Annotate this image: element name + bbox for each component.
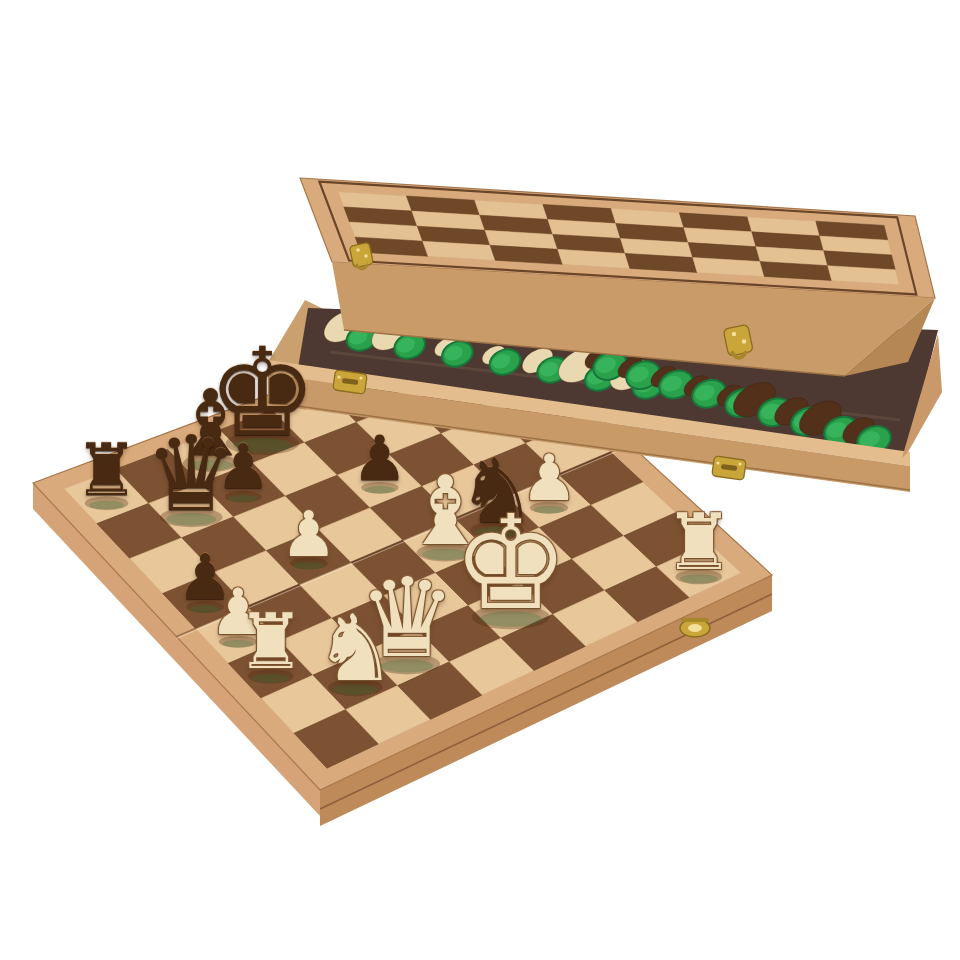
base-latch-plate-right[interactable]: [712, 456, 746, 480]
base-latch-plate-left[interactable]: [333, 370, 367, 394]
lid-hook-clasp-right[interactable]: [723, 324, 753, 357]
piece-white-king-e2[interactable]: ♚: [446, 499, 576, 629]
lid-hook-clasp-left[interactable]: [349, 242, 373, 269]
piece-black-rook-a8[interactable]: ♜: [70, 434, 143, 507]
piece-black-queen-b7[interactable]: ♛: [139, 422, 243, 526]
piece-white-knight-b2[interactable]: ♞: [310, 603, 401, 694]
piece-white-rook-a3[interactable]: ♜: [233, 604, 309, 680]
piece-white-rook-h1[interactable]: ♜: [660, 504, 738, 582]
chess-set-photo: ♚♝♟♟♜♟♛♞♝♟♜♟♚♟♛♜♞: [0, 0, 960, 960]
piece-white-pawn-c5[interactable]: ♟: [277, 503, 340, 566]
board-side-clasp[interactable]: [680, 618, 710, 637]
